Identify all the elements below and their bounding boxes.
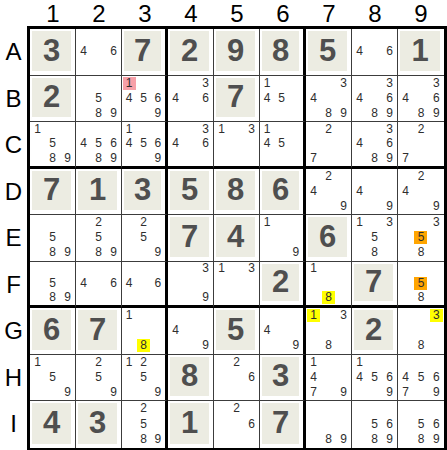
candidate-slot: 9 [60, 291, 75, 306]
candidate-digit-E2-9: 9 [107, 246, 120, 259]
candidate-slot: 1 [352, 355, 367, 370]
solved-digit-E7: 6 [308, 217, 347, 257]
cell-D8[interactable]: 49 [352, 169, 398, 216]
candidate-slot [367, 385, 382, 400]
candidate-slot [136, 276, 150, 291]
col-label-7: 7 [306, 0, 352, 26]
candidate-slot [321, 323, 336, 338]
candidate-slot [367, 215, 382, 230]
candidate-slot [413, 184, 428, 199]
solved-digit-G5: 5 [216, 310, 255, 350]
cell-B3[interactable]: 14569 [122, 76, 168, 123]
cell-I7[interactable]: 89 [306, 401, 352, 448]
candidate-slot: 6 [106, 137, 121, 152]
candidate-digit-B8-9: 9 [383, 107, 396, 120]
candidate-digit-B8-6: 6 [383, 92, 396, 105]
candidate-slot: 9 [336, 199, 351, 214]
candidate-digit-F4-9: 9 [199, 291, 212, 304]
candidate-slot [30, 137, 45, 152]
candidate-slot [76, 370, 91, 385]
candidate-slot: 3 [198, 122, 213, 137]
candidate-slot [151, 323, 165, 338]
cell-D7[interactable]: 249 [306, 169, 352, 216]
cell-C8[interactable]: 34689 [352, 122, 398, 169]
cell-H6[interactable]: 3 [260, 355, 306, 402]
candidate-slot [398, 417, 413, 433]
candidate-slot: 8 [413, 291, 428, 306]
candidate-digit-C6-5: 5 [275, 137, 288, 150]
candidate-slot [136, 308, 150, 323]
cell-G4[interactable]: 49 [168, 308, 214, 355]
candidate-slot [214, 370, 229, 385]
candidate-digit-E3-9: 9 [151, 246, 164, 259]
cell-G9[interactable]: 38 [398, 308, 444, 355]
cell-A2[interactable]: 46 [76, 29, 122, 76]
candidate-slot [398, 137, 413, 152]
candidate-slot [321, 137, 336, 152]
candidate-slot: 6 [198, 91, 213, 106]
candidate-slot: 1 [30, 122, 45, 137]
cell-A8[interactable]: 46 [352, 29, 398, 76]
candidate-slot: 8 [413, 106, 428, 121]
cell-E3[interactable]: 259 [122, 215, 168, 262]
candidate-slot [45, 122, 60, 137]
candidate-slot [367, 184, 382, 199]
candidate-digit-I9-5: 5 [414, 418, 427, 431]
cell-A4[interactable]: 2 [168, 29, 214, 76]
candidate-slot [352, 59, 367, 74]
candidate-slot [122, 230, 136, 245]
candidate-digit-F1-9: 9 [61, 291, 74, 304]
candidate-slot [336, 401, 351, 417]
cell-D5[interactable]: 8 [214, 169, 260, 216]
candidate-slot [229, 370, 244, 385]
candidates-I9: 5689 [398, 401, 444, 448]
cell-I4[interactable]: 1 [168, 401, 214, 448]
candidate-slot [336, 355, 351, 370]
candidate-slot: 9 [198, 291, 213, 306]
candidate-slot: 4 [352, 137, 367, 152]
candidate-slot [336, 137, 351, 152]
solved-digit-A5: 9 [216, 31, 255, 71]
candidate-slot [91, 262, 106, 277]
cell-C3[interactable]: 14569 [122, 122, 168, 169]
solved-digit-F6: 2 [262, 264, 299, 302]
candidate-slot: 9 [289, 338, 303, 353]
cell-A9[interactable]: 1 [398, 29, 444, 76]
candidate-slot [244, 355, 259, 370]
candidate-digit-F3-6: 6 [151, 277, 164, 290]
candidate-slot [244, 276, 259, 291]
candidate-slot [76, 122, 91, 137]
candidates-E2: 2589 [76, 215, 121, 261]
candidate-slot [229, 122, 244, 137]
candidate-slot [229, 291, 244, 306]
candidates-H7: 1479 [306, 355, 351, 401]
candidate-slot [151, 122, 165, 137]
cell-F7[interactable]: 18 [306, 262, 352, 309]
candidate-digit-H5-6: 6 [245, 371, 258, 384]
candidate-digit-B6-5: 5 [275, 92, 288, 105]
cell-E8[interactable]: 1358 [352, 215, 398, 262]
solved-digit-E5: 4 [216, 217, 255, 257]
candidate-slot [260, 230, 274, 245]
candidates-F5: 13 [214, 262, 259, 306]
candidate-slot [274, 245, 288, 260]
candidate-slot [76, 106, 91, 121]
candidate-slot [76, 215, 91, 230]
cell-G1[interactable]: 6 [30, 308, 76, 355]
candidate-slot: 9 [382, 432, 397, 448]
candidate-digit-C3-9: 9 [151, 152, 164, 165]
candidate-slot [352, 385, 367, 400]
cell-I1[interactable]: 4 [30, 401, 76, 448]
candidate-slot [244, 385, 259, 400]
cell-B2[interactable]: 589 [76, 76, 122, 123]
candidate-digit-C2-5: 5 [92, 137, 105, 150]
cell-E1[interactable]: 589 [30, 215, 76, 262]
highlighted-candidate-G3-8: 8 [137, 339, 150, 352]
candidate-digit-F5-3: 3 [245, 262, 258, 275]
candidate-digit-B9-4: 4 [399, 92, 412, 105]
cell-D2[interactable]: 1 [76, 169, 122, 216]
cell-C7[interactable]: 27 [306, 122, 352, 169]
cell-G8[interactable]: 2 [352, 308, 398, 355]
candidate-slot: 4 [352, 91, 367, 106]
candidate-slot: 4 [168, 137, 183, 152]
cell-F5[interactable]: 13 [214, 262, 260, 309]
cell-C1[interactable]: 1589 [30, 122, 76, 169]
cell-F8[interactable]: 7 [352, 262, 398, 309]
solved-digit-D5: 8 [216, 171, 255, 211]
candidate-slot: 1 [122, 122, 136, 137]
candidate-slot [168, 276, 183, 291]
candidate-slot [274, 230, 288, 245]
cell-C4[interactable]: 346 [168, 122, 214, 169]
candidate-slot [429, 137, 444, 152]
cell-D9[interactable]: 249 [398, 169, 444, 216]
candidate-slot [321, 91, 336, 106]
cell-A3[interactable]: 7 [122, 29, 168, 76]
candidate-slot [321, 308, 336, 323]
candidate-slot [91, 291, 106, 306]
cell-E6[interactable]: 19 [260, 215, 306, 262]
col-label-9: 9 [398, 0, 444, 26]
candidate-digit-I8-5: 5 [368, 418, 381, 431]
candidate-slot [244, 432, 259, 448]
cell-H5[interactable]: 26 [214, 355, 260, 402]
candidate-slot [30, 230, 45, 245]
candidate-slot [122, 401, 136, 417]
candidate-digit-A8-4: 4 [353, 45, 366, 58]
candidate-slot [168, 291, 183, 306]
cell-F9[interactable]: 58 [398, 262, 444, 309]
cell-E2[interactable]: 2589 [76, 215, 122, 262]
candidate-slot [321, 355, 336, 370]
candidate-slot: 8 [45, 151, 60, 166]
cell-I9[interactable]: 5689 [398, 401, 444, 448]
candidate-slot [60, 230, 75, 245]
candidate-slot [244, 291, 259, 306]
candidate-slot [398, 76, 413, 91]
cell-D4[interactable]: 5 [168, 169, 214, 216]
cell-B6[interactable]: 145 [260, 76, 306, 123]
candidate-slot [214, 432, 229, 448]
candidate-slot [229, 137, 244, 152]
candidates-A8: 46 [352, 29, 397, 75]
candidate-digit-H3-9: 9 [151, 386, 164, 399]
cell-G5[interactable]: 5 [214, 308, 260, 355]
candidate-slot: 2 [91, 215, 106, 230]
candidate-slot [398, 230, 413, 245]
candidate-slot [352, 29, 367, 44]
candidate-slot [429, 401, 444, 417]
candidate-slot [429, 245, 444, 260]
candidate-slot [76, 245, 91, 260]
row-label-E: E [0, 215, 27, 262]
cell-B1[interactable]: 2 [30, 76, 76, 123]
cell-C5[interactable]: 13 [214, 122, 260, 169]
candidate-digit-H8-5: 5 [368, 371, 381, 384]
candidate-slot [136, 385, 150, 400]
cell-E5[interactable]: 4 [214, 215, 260, 262]
cell-F6[interactable]: 2 [260, 262, 306, 309]
candidate-slot [106, 29, 121, 44]
cell-A1[interactable]: 3 [30, 29, 76, 76]
candidate-slot [306, 401, 321, 417]
cell-F1[interactable]: 589 [30, 262, 76, 309]
candidate-slot [168, 308, 183, 323]
candidate-slot: 5 [136, 230, 150, 245]
row-label-D: D [0, 169, 27, 216]
cell-H2[interactable]: 259 [76, 355, 122, 402]
candidate-digit-G7-3: 3 [337, 309, 350, 322]
solved-digit-I1: 4 [32, 403, 71, 444]
candidate-slot [168, 262, 183, 277]
cell-I2[interactable]: 3 [76, 401, 122, 448]
candidate-slot: 5 [367, 230, 382, 245]
candidate-slot [289, 151, 303, 166]
candidates-F2: 46 [76, 262, 121, 306]
candidate-slot: 1 [122, 76, 136, 91]
cell-E9[interactable]: 358 [398, 215, 444, 262]
cell-E7[interactable]: 6 [306, 215, 352, 262]
cell-H8[interactable]: 14569 [352, 355, 398, 402]
candidate-slot [60, 137, 75, 152]
candidates-G7: 138 [306, 308, 351, 354]
candidate-slot: 3 [429, 215, 444, 230]
candidate-slot [122, 385, 136, 400]
row-label-F: F [0, 262, 27, 309]
cell-B8[interactable]: 34689 [352, 76, 398, 123]
candidate-slot [413, 199, 428, 214]
cell-F3[interactable]: 46 [122, 262, 168, 309]
cell-H1[interactable]: 159 [30, 355, 76, 402]
candidate-slot: 4 [306, 91, 321, 106]
candidate-slot [168, 151, 183, 166]
candidate-digit-C3-4: 4 [123, 137, 136, 150]
candidate-slot [60, 370, 75, 385]
candidate-slot: 5 [136, 370, 150, 385]
candidate-slot: 2 [91, 355, 106, 370]
candidate-digit-H7-7: 7 [307, 386, 320, 399]
candidate-slot: 6 [429, 370, 444, 385]
candidate-slot: 1 [122, 355, 136, 370]
candidate-digit-F2-6: 6 [107, 277, 120, 290]
candidate-digit-I8-9: 9 [383, 433, 396, 446]
candidates-C4: 346 [168, 122, 213, 166]
candidate-slot [274, 106, 288, 121]
candidate-slot [91, 276, 106, 291]
candidate-slot: 8 [413, 245, 428, 260]
candidate-slot: 3 [336, 76, 351, 91]
candidate-slot [76, 59, 91, 74]
candidate-slot: 4 [122, 91, 136, 106]
solved-digit-A3: 7 [124, 31, 161, 71]
candidate-slot [367, 59, 382, 74]
candidate-slot [122, 432, 136, 448]
candidate-slot [122, 291, 136, 306]
candidate-slot [136, 151, 150, 166]
cell-A5[interactable]: 9 [214, 29, 260, 76]
cell-G3[interactable]: 18 [122, 308, 168, 355]
cell-F2[interactable]: 46 [76, 262, 122, 309]
candidate-digit-E1-8: 8 [46, 246, 59, 259]
candidate-digit-C9-7: 7 [399, 152, 412, 165]
candidate-digit-I9-9: 9 [430, 433, 443, 446]
candidate-slot [183, 262, 198, 277]
cell-I3[interactable]: 2589 [122, 401, 168, 448]
candidate-slot [336, 417, 351, 433]
candidate-slot [122, 151, 136, 166]
candidate-slot [76, 29, 91, 44]
cell-B5[interactable]: 7 [214, 76, 260, 123]
candidate-digit-F1-8: 8 [46, 291, 59, 304]
candidates-F1: 589 [30, 262, 75, 306]
candidate-slot: 1 [306, 308, 321, 323]
candidate-slot [260, 338, 274, 353]
candidate-slot [398, 308, 413, 323]
cell-G6[interactable]: 49 [260, 308, 306, 355]
cell-I8[interactable]: 5689 [352, 401, 398, 448]
candidate-digit-C8-6: 6 [383, 137, 396, 150]
row-labels: A B C D E F G H I [0, 29, 27, 448]
cell-A7[interactable]: 5 [306, 29, 352, 76]
candidate-slot [183, 151, 198, 166]
candidate-slot: 6 [429, 91, 444, 106]
candidates-C2: 45689 [76, 122, 121, 166]
cell-H7[interactable]: 1479 [306, 355, 352, 402]
candidate-slot [382, 184, 397, 199]
cell-B9[interactable]: 34689 [398, 76, 444, 123]
candidate-digit-I3-8: 8 [137, 433, 150, 446]
candidate-slot [30, 215, 45, 230]
candidate-slot [106, 262, 121, 277]
candidate-slot [168, 106, 183, 121]
cell-B7[interactable]: 3489 [306, 76, 352, 123]
candidates-A2: 46 [76, 29, 121, 75]
candidate-slot [45, 262, 60, 277]
candidate-digit-D7-9: 9 [337, 200, 350, 213]
candidate-slot: 4 [122, 276, 136, 291]
cell-E4[interactable]: 7 [168, 215, 214, 262]
candidate-slot: 9 [336, 385, 351, 400]
cell-C9[interactable]: 27 [398, 122, 444, 169]
candidate-slot [429, 151, 444, 166]
cell-G7[interactable]: 138 [306, 308, 352, 355]
candidate-slot: 8 [367, 245, 382, 260]
candidate-slot [168, 122, 183, 137]
candidates-I5: 26 [214, 401, 259, 448]
candidate-slot: 8 [136, 432, 150, 448]
cell-C6[interactable]: 145 [260, 122, 306, 169]
candidate-slot [60, 355, 75, 370]
candidate-slot [367, 169, 382, 184]
candidate-digit-C2-8: 8 [92, 152, 105, 165]
candidate-slot [306, 291, 321, 306]
candidate-slot [352, 151, 367, 166]
candidate-slot [30, 262, 45, 277]
candidate-slot: 4 [168, 91, 183, 106]
candidate-slot [321, 262, 336, 277]
cell-C2[interactable]: 45689 [76, 122, 122, 169]
candidate-slot [106, 122, 121, 137]
candidate-digit-H3-1: 1 [123, 356, 136, 369]
candidate-digit-G7-8: 8 [322, 339, 335, 352]
candidate-slot [183, 91, 198, 106]
candidate-slot [398, 355, 413, 370]
solved-digit-B5: 7 [216, 78, 255, 118]
candidate-digit-B7-3: 3 [337, 77, 350, 90]
candidate-slot [91, 59, 106, 74]
cell-D1[interactable]: 7 [30, 169, 76, 216]
cell-H4[interactable]: 8 [168, 355, 214, 402]
candidate-digit-B8-8: 8 [368, 107, 381, 120]
cell-D6[interactable]: 6 [260, 169, 306, 216]
candidate-slot [122, 323, 136, 338]
candidate-slot: 1 [260, 122, 274, 137]
cell-G2[interactable]: 7 [76, 308, 122, 355]
solved-digit-A6: 8 [262, 31, 299, 71]
cell-I6[interactable]: 7 [260, 401, 306, 448]
candidate-slot [214, 291, 229, 306]
cell-D3[interactable]: 3 [122, 169, 168, 216]
cell-H3[interactable]: 1259 [122, 355, 168, 402]
candidates-H9: 45679 [398, 355, 444, 401]
candidate-slot [229, 417, 244, 433]
col-label-3: 3 [122, 0, 168, 26]
cell-B4[interactable]: 346 [168, 76, 214, 123]
candidate-digit-B3-6: 6 [151, 92, 164, 105]
candidate-digit-B6-4: 4 [261, 92, 274, 105]
candidate-slot: 6 [244, 370, 259, 385]
cell-H9[interactable]: 45679 [398, 355, 444, 402]
candidate-slot: 6 [151, 137, 165, 152]
cell-I5[interactable]: 26 [214, 401, 260, 448]
cell-A6[interactable]: 8 [260, 29, 306, 76]
candidates-E8: 1358 [352, 215, 397, 261]
candidate-slot [336, 291, 351, 306]
candidate-digit-E3-5: 5 [137, 231, 150, 244]
solved-digit-G2: 7 [78, 310, 117, 350]
candidate-digit-H3-5: 5 [137, 371, 150, 384]
candidate-digit-B4-4: 4 [169, 92, 182, 105]
candidate-slot: 4 [352, 44, 367, 59]
candidate-digit-F4-3: 3 [199, 262, 212, 275]
candidate-slot: 2 [229, 355, 244, 370]
cell-F4[interactable]: 39 [168, 262, 214, 309]
candidate-slot: 8 [321, 432, 336, 448]
